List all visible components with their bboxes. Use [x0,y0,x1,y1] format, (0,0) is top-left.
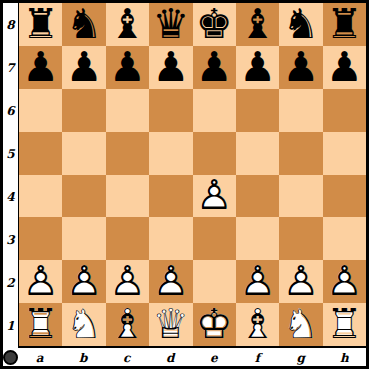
square-f2[interactable]: ♟♙ [236,260,279,303]
square-g3[interactable] [279,217,322,260]
square-e8[interactable]: ♚ [193,3,236,46]
board: ♜♞♝♛♚♝♞♜♟♟♟♟♟♟♟♟♟♙♟♙♟♙♟♙♟♙♟♙♟♙♟♙♜♖♞♘♝♗♛♕… [18,3,366,348]
square-d4[interactable] [149,175,192,218]
square-d7[interactable]: ♟ [149,46,192,89]
file-label-h: h [323,348,367,366]
black-pawn[interactable]: ♟ [236,46,279,89]
square-e1[interactable]: ♚♔ [193,303,236,346]
black-pawn[interactable]: ♟ [149,46,192,89]
black-rook[interactable]: ♜ [323,3,366,46]
white-rook[interactable]: ♖ [19,303,62,346]
white-rook-fill: ♜ [19,303,62,346]
black-queen[interactable]: ♛ [149,3,192,46]
square-b7[interactable]: ♟ [62,46,105,89]
black-bishop[interactable]: ♝ [236,3,279,46]
square-c2[interactable]: ♟♙ [106,260,149,303]
square-a5[interactable] [19,132,62,175]
square-b2[interactable]: ♟♙ [62,260,105,303]
white-pawn-fill: ♟ [193,175,236,218]
rank-label-1: 1 [3,305,18,348]
black-to-move-indicator [3,350,18,365]
white-pawn-fill: ♟ [279,260,322,303]
white-pawn[interactable]: ♙ [193,175,236,218]
file-label-a: a [18,348,62,366]
white-bishop[interactable]: ♗ [106,303,149,346]
white-queen-fill: ♛ [149,303,192,346]
file-labels: abcdefgh [18,348,366,366]
square-h2[interactable]: ♟♙ [323,260,366,303]
square-c4[interactable] [106,175,149,218]
white-pawn[interactable]: ♙ [323,260,366,303]
square-b5[interactable] [62,132,105,175]
white-bishop-fill: ♝ [236,303,279,346]
file-label-c: c [105,348,149,366]
square-e4[interactable]: ♟♙ [193,175,236,218]
black-pawn[interactable]: ♟ [106,46,149,89]
square-g7[interactable]: ♟ [279,46,322,89]
square-h8[interactable]: ♜ [323,3,366,46]
rank-label-2: 2 [3,262,18,305]
square-f6[interactable] [236,89,279,132]
square-g1[interactable]: ♞♘ [279,303,322,346]
white-queen[interactable]: ♕ [149,303,192,346]
square-c5[interactable] [106,132,149,175]
white-pawn[interactable]: ♙ [19,260,62,303]
square-a8[interactable]: ♜ [19,3,62,46]
square-a4[interactable] [19,175,62,218]
white-pawn-fill: ♟ [62,260,105,303]
file-label-d: d [149,348,193,366]
square-h1[interactable]: ♜♖ [323,303,366,346]
white-pawn[interactable]: ♙ [236,260,279,303]
file-label-g: g [279,348,323,366]
white-pawn-fill: ♟ [236,260,279,303]
black-pawn[interactable]: ♟ [62,46,105,89]
white-king-fill: ♚ [193,303,236,346]
white-pawn[interactable]: ♙ [106,260,149,303]
black-pawn[interactable]: ♟ [323,46,366,89]
square-c7[interactable]: ♟ [106,46,149,89]
square-d3[interactable] [149,217,192,260]
square-h4[interactable] [323,175,366,218]
square-a6[interactable] [19,89,62,132]
file-label-f: f [236,348,280,366]
black-pawn[interactable]: ♟ [19,46,62,89]
rank-label-8: 8 [3,3,18,46]
square-e7[interactable]: ♟ [193,46,236,89]
rank-label-3: 3 [3,219,18,262]
rank-labels: 87654321 [3,3,18,348]
square-d2[interactable]: ♟♙ [149,260,192,303]
square-d6[interactable] [149,89,192,132]
square-a3[interactable] [19,217,62,260]
square-b4[interactable] [62,175,105,218]
square-b3[interactable] [62,217,105,260]
square-a1[interactable]: ♜♖ [19,303,62,346]
rank-label-5: 5 [3,132,18,175]
square-b1[interactable]: ♞♘ [62,303,105,346]
white-knight[interactable]: ♘ [279,303,322,346]
white-bishop[interactable]: ♗ [236,303,279,346]
file-label-e: e [192,348,236,366]
white-pawn-fill: ♟ [323,260,366,303]
rank-label-7: 7 [3,46,18,89]
square-g6[interactable] [279,89,322,132]
square-f3[interactable] [236,217,279,260]
white-pawn[interactable]: ♙ [149,260,192,303]
rank-label-6: 6 [3,89,18,132]
square-d8[interactable]: ♛ [149,3,192,46]
square-f8[interactable]: ♝ [236,3,279,46]
square-h7[interactable]: ♟ [323,46,366,89]
white-rook[interactable]: ♖ [323,303,366,346]
black-knight[interactable]: ♞ [62,3,105,46]
square-e2[interactable] [193,260,236,303]
square-b8[interactable]: ♞ [62,3,105,46]
square-c1[interactable]: ♝♗ [106,303,149,346]
white-pawn-fill: ♟ [106,260,149,303]
square-f4[interactable] [236,175,279,218]
black-knight[interactable]: ♞ [279,3,322,46]
black-king[interactable]: ♚ [193,3,236,46]
white-pawn-fill: ♟ [149,260,192,303]
move-indicator-area [3,348,18,366]
white-pawn-fill: ♟ [19,260,62,303]
black-rook[interactable]: ♜ [19,3,62,46]
square-c6[interactable] [106,89,149,132]
square-h5[interactable] [323,132,366,175]
square-g2[interactable]: ♟♙ [279,260,322,303]
square-a2[interactable]: ♟♙ [19,260,62,303]
black-pawn[interactable]: ♟ [279,46,322,89]
square-f1[interactable]: ♝♗ [236,303,279,346]
square-f7[interactable]: ♟ [236,46,279,89]
square-h3[interactable] [323,217,366,260]
square-c8[interactable]: ♝ [106,3,149,46]
square-a7[interactable]: ♟ [19,46,62,89]
square-g5[interactable] [279,132,322,175]
square-e5[interactable] [193,132,236,175]
file-label-b: b [62,348,106,366]
rank-label-4: 4 [3,176,18,219]
square-b6[interactable] [62,89,105,132]
white-knight[interactable]: ♘ [62,303,105,346]
square-c3[interactable] [106,217,149,260]
square-d1[interactable]: ♛♕ [149,303,192,346]
square-e6[interactable] [193,89,236,132]
white-knight-fill: ♞ [279,303,322,346]
square-g8[interactable]: ♞ [279,3,322,46]
square-g4[interactable] [279,175,322,218]
black-bishop[interactable]: ♝ [106,3,149,46]
square-e3[interactable] [193,217,236,260]
square-f5[interactable] [236,132,279,175]
white-pawn[interactable]: ♙ [279,260,322,303]
square-h6[interactable] [323,89,366,132]
square-d5[interactable] [149,132,192,175]
black-pawn[interactable]: ♟ [193,46,236,89]
white-king[interactable]: ♔ [193,303,236,346]
chess-board-diagram: 87654321 ♜♞♝♛♚♝♞♜♟♟♟♟♟♟♟♟♟♙♟♙♟♙♟♙♟♙♟♙♟♙♟… [0,0,369,369]
white-knight-fill: ♞ [62,303,105,346]
white-rook-fill: ♜ [323,303,366,346]
white-bishop-fill: ♝ [106,303,149,346]
white-pawn[interactable]: ♙ [62,260,105,303]
